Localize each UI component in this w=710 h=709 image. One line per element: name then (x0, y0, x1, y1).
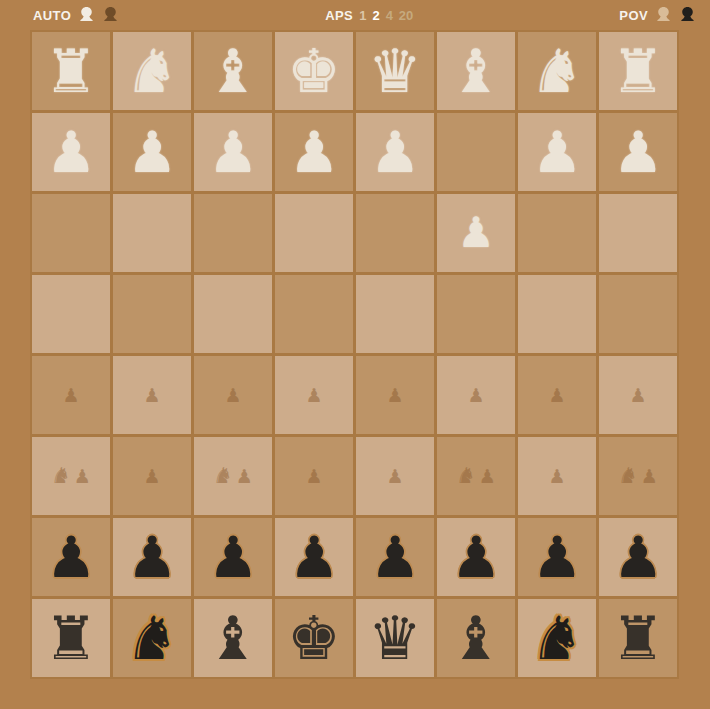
black-rook[interactable]: ♜ (611, 601, 665, 675)
pov-controls: POV (619, 6, 696, 25)
ghost-pawn: ♟ (479, 467, 496, 486)
square-c1[interactable]: ♝ (437, 32, 515, 110)
square-h4[interactable] (32, 275, 110, 353)
ghost-pawn: ♟ (305, 386, 322, 405)
black-pawn[interactable]: ♟ (288, 520, 339, 594)
square-b8[interactable]: ♞ (518, 599, 596, 677)
square-a3[interactable] (599, 194, 677, 272)
square-b5[interactable]: ♟ (518, 356, 596, 434)
black-pawn[interactable]: ♟ (126, 520, 177, 594)
square-d6[interactable]: ♟ (356, 437, 434, 515)
square-h2[interactable]: ♟ (32, 113, 110, 191)
square-a6[interactable]: ♞♟ (599, 437, 677, 515)
square-d1[interactable]: ♛ (356, 32, 434, 110)
ghost-knight: ♞ (51, 465, 71, 487)
square-f5[interactable]: ♟ (194, 356, 272, 434)
black-pawn[interactable]: ♟ (531, 520, 582, 594)
square-b4[interactable] (518, 275, 596, 353)
square-g5[interactable]: ♟ (113, 356, 191, 434)
square-c6[interactable]: ♞♟ (437, 437, 515, 515)
square-g3[interactable] (113, 194, 191, 272)
auto-black-pawn-icon[interactable] (102, 6, 119, 25)
ghost-pawn: ♟ (62, 386, 79, 405)
square-f7[interactable]: ♟ (194, 518, 272, 596)
ghost-pawn: ♟ (143, 467, 160, 486)
ghost-pawn: ♟ (224, 386, 241, 405)
square-f8[interactable]: ♝ (194, 599, 272, 677)
square-e5[interactable]: ♟ (275, 356, 353, 434)
square-b6[interactable]: ♟ (518, 437, 596, 515)
aps-option-4[interactable]: 4 (386, 8, 393, 23)
square-d2[interactable]: ♟ (356, 113, 434, 191)
ghost-pawn: ♟ (143, 386, 160, 405)
square-h5[interactable]: ♟ (32, 356, 110, 434)
pov-white-pawn-icon[interactable] (655, 6, 672, 25)
square-a2[interactable]: ♟ (599, 113, 677, 191)
white-queen[interactable]: ♛ (368, 34, 422, 108)
white-pawn[interactable]: ♟ (207, 115, 258, 189)
square-d3[interactable] (356, 194, 434, 272)
white-pawn[interactable]: ♟ (126, 115, 177, 189)
ghost-pawn: ♟ (74, 467, 91, 486)
black-bishop[interactable]: ♝ (449, 601, 503, 675)
white-knight[interactable]: ♞ (125, 34, 179, 108)
square-h6[interactable]: ♞♟ (32, 437, 110, 515)
square-c5[interactable]: ♟ (437, 356, 515, 434)
white-rook[interactable]: ♜ (44, 34, 98, 108)
black-pawn[interactable]: ♟ (612, 520, 663, 594)
ghost-pawn: ♟ (548, 467, 565, 486)
chess-board: ♜♞♝♚♛♝♞♜♟♟♟♟♟♟♟♟♟♟♟♟♟♟♟♟♞♟♟♞♟♟♟♞♟♟♞♟♟♟♟♟… (30, 30, 679, 679)
auto-white-pawn-icon[interactable] (78, 6, 95, 25)
white-pawn[interactable]: ♟ (612, 115, 663, 189)
ghost-knight: ♞ (618, 465, 638, 487)
pov-black-pawn-icon[interactable] (679, 6, 696, 25)
ghost-knight: ♞ (213, 465, 233, 487)
black-pawn[interactable]: ♟ (207, 520, 258, 594)
square-b3[interactable] (518, 194, 596, 272)
aps-controls: APS 1 2 4 20 (325, 8, 413, 23)
black-knight[interactable]: ♞ (125, 601, 179, 675)
square-g2[interactable]: ♟ (113, 113, 191, 191)
square-e3[interactable] (275, 194, 353, 272)
square-g6[interactable]: ♟ (113, 437, 191, 515)
black-pawn[interactable]: ♟ (450, 520, 501, 594)
black-pawn[interactable]: ♟ (369, 520, 420, 594)
square-c7[interactable]: ♟ (437, 518, 515, 596)
square-e8[interactable]: ♚ (275, 599, 353, 677)
square-e2[interactable]: ♟ (275, 113, 353, 191)
square-d7[interactable]: ♟ (356, 518, 434, 596)
square-c8[interactable]: ♝ (437, 599, 515, 677)
square-d8[interactable]: ♛ (356, 599, 434, 677)
black-knight[interactable]: ♞ (530, 601, 584, 675)
square-g8[interactable]: ♞ (113, 599, 191, 677)
ghost-pawn: ♟ (629, 386, 646, 405)
black-queen[interactable]: ♛ (368, 601, 422, 675)
square-d4[interactable] (356, 275, 434, 353)
square-a5[interactable]: ♟ (599, 356, 677, 434)
ghost-pawn: ♟ (641, 467, 658, 486)
square-b2[interactable]: ♟ (518, 113, 596, 191)
square-a8[interactable]: ♜ (599, 599, 677, 677)
ghost-pawn: ♟ (386, 386, 403, 405)
square-b7[interactable]: ♟ (518, 518, 596, 596)
square-d5[interactable]: ♟ (356, 356, 434, 434)
square-f6[interactable]: ♞♟ (194, 437, 272, 515)
square-e1[interactable]: ♚ (275, 32, 353, 110)
square-e6[interactable]: ♟ (275, 437, 353, 515)
ghost-pawn: ♟ (548, 386, 565, 405)
square-h1[interactable]: ♜ (32, 32, 110, 110)
white-knight[interactable]: ♞ (530, 34, 584, 108)
ghost-pawn: ♟ (467, 386, 484, 405)
black-rook[interactable]: ♜ (44, 601, 98, 675)
square-g7[interactable]: ♟ (113, 518, 191, 596)
square-f1[interactable]: ♝ (194, 32, 272, 110)
white-king[interactable]: ♚ (287, 34, 341, 108)
auto-controls: AUTO (33, 6, 119, 25)
square-f3[interactable] (194, 194, 272, 272)
white-bishop[interactable]: ♝ (206, 34, 260, 108)
square-c2[interactable] (437, 113, 515, 191)
ghost-pawn: ♟ (236, 467, 253, 486)
square-c4[interactable] (437, 275, 515, 353)
white-rook[interactable]: ♜ (611, 34, 665, 108)
ghost-knight: ♞ (456, 465, 476, 487)
square-c3[interactable]: ♟ (437, 194, 515, 272)
aps-option-20[interactable]: 20 (399, 8, 413, 23)
square-f2[interactable]: ♟ (194, 113, 272, 191)
square-g1[interactable]: ♞ (113, 32, 191, 110)
square-e4[interactable] (275, 275, 353, 353)
aps-label: APS (325, 8, 353, 23)
white-pawn[interactable]: ♟ (45, 115, 96, 189)
white-pawn[interactable]: ♟ (457, 196, 495, 270)
square-h7[interactable]: ♟ (32, 518, 110, 596)
square-e7[interactable]: ♟ (275, 518, 353, 596)
top-bar: AUTO APS 1 2 4 20 POV (0, 0, 710, 30)
white-bishop[interactable]: ♝ (449, 34, 503, 108)
square-a4[interactable] (599, 275, 677, 353)
black-pawn[interactable]: ♟ (45, 520, 96, 594)
aps-option-1[interactable]: 1 (359, 8, 366, 23)
square-f4[interactable] (194, 275, 272, 353)
black-king[interactable]: ♚ (287, 601, 341, 675)
aps-option-2[interactable]: 2 (372, 8, 379, 23)
ghost-pawn: ♟ (305, 467, 322, 486)
ghost-pawn: ♟ (386, 467, 403, 486)
pov-label: POV (619, 8, 648, 23)
white-pawn[interactable]: ♟ (369, 115, 420, 189)
square-a7[interactable]: ♟ (599, 518, 677, 596)
white-pawn[interactable]: ♟ (531, 115, 582, 189)
square-a1[interactable]: ♜ (599, 32, 677, 110)
square-g4[interactable] (113, 275, 191, 353)
auto-label: AUTO (33, 8, 71, 23)
black-bishop[interactable]: ♝ (206, 601, 260, 675)
square-h3[interactable] (32, 194, 110, 272)
white-pawn[interactable]: ♟ (288, 115, 339, 189)
square-h8[interactable]: ♜ (32, 599, 110, 677)
square-b1[interactable]: ♞ (518, 32, 596, 110)
